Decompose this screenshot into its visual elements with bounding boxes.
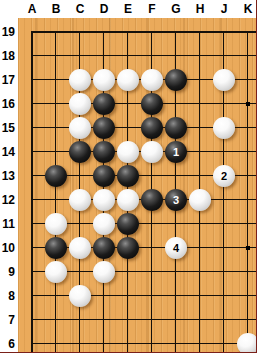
intersection-C14[interactable] [68,140,92,164]
grid-line-vertical [79,31,80,44]
grid-line-vertical [127,260,128,284]
intersection-D10[interactable] [92,236,116,260]
grid-line-horizontal [68,271,92,272]
black-stone-F12[interactable] [141,189,163,211]
grid-line-vertical [247,260,248,284]
intersection-J18[interactable] [212,44,236,68]
grid-line-horizontal [212,247,236,248]
grid-line-horizontal [68,319,92,320]
intersection-D18[interactable] [92,44,116,68]
grid-line-vertical [151,236,152,260]
white-stone-F17[interactable] [141,69,163,91]
grid-line-vertical [103,284,104,308]
intersection-E19[interactable] [116,20,140,44]
intersection-B18[interactable] [44,44,68,68]
intersection-K14[interactable] [236,140,257,164]
intersection-B17[interactable] [44,68,68,92]
grid-line-vertical [247,284,248,308]
intersection-C18[interactable] [68,44,92,68]
black-stone-D13[interactable] [93,165,115,187]
white-stone-J17[interactable] [213,69,235,91]
intersection-K15[interactable] [236,116,257,140]
grid-line-vertical [55,140,56,164]
grid-line-vertical [31,260,33,284]
grid-line-vertical [247,68,248,92]
row-label-6: 6 [0,332,16,353]
intersection-J15[interactable] [212,116,236,140]
grid-line-horizontal [92,55,116,56]
grid-line-vertical [79,308,80,332]
intersection-C8[interactable] [68,284,92,308]
intersection-A16[interactable] [20,92,44,116]
grid-line-horizontal [92,295,116,296]
black-stone-G12[interactable]: 3 [165,189,187,211]
intersection-F6[interactable] [140,332,164,353]
grid-line-vertical [199,116,200,140]
col-label-K: K [236,0,257,18]
white-stone-D9[interactable] [93,261,115,283]
col-label-A: A [20,0,44,18]
intersection-C15[interactable] [68,116,92,140]
intersection-J17[interactable] [212,68,236,92]
col-label-J: J [212,0,236,18]
white-stone-J13[interactable]: 2 [213,165,235,187]
white-stone-D11[interactable] [93,213,115,235]
grid-line-vertical [151,164,152,188]
white-stone-H12[interactable] [189,189,211,211]
intersection-E7[interactable] [116,308,140,332]
grid-line-vertical [199,212,200,236]
grid-line-vertical [223,284,224,308]
intersection-H9[interactable] [188,260,212,284]
black-stone-D15[interactable] [93,117,115,139]
intersection-D12[interactable] [92,188,116,212]
intersection-B16[interactable] [44,92,68,116]
white-stone-E17[interactable] [117,69,139,91]
row-label-19: 19 [0,20,16,44]
grid-line-vertical [223,188,224,212]
intersection-B19[interactable] [44,20,68,44]
col-label-G: G [164,0,188,18]
black-stone-D10[interactable] [93,237,115,259]
intersection-F8[interactable] [140,284,164,308]
intersection-H7[interactable] [188,308,212,332]
intersection-K19[interactable] [236,20,257,44]
grid-line-vertical [127,92,128,116]
grid-line-horizontal [44,151,68,152]
intersection-H12[interactable] [188,188,212,212]
intersection-D17[interactable] [92,68,116,92]
intersection-C16[interactable] [68,92,92,116]
grid-line-horizontal [212,223,236,224]
intersection-D7[interactable] [92,308,116,332]
intersection-D9[interactable] [92,260,116,284]
intersection-B10[interactable] [44,236,68,260]
grid-line-vertical [55,116,56,140]
intersection-H18[interactable] [188,44,212,68]
intersection-A7[interactable] [20,308,44,332]
black-stone-C14[interactable] [69,141,91,163]
grid-line-horizontal [164,103,188,104]
intersection-A19[interactable] [20,20,44,44]
intersection-D8[interactable] [92,284,116,308]
col-label-F: F [140,0,164,18]
grid-line-horizontal [116,271,140,272]
intersection-A9[interactable] [20,260,44,284]
intersection-A17[interactable] [20,68,44,92]
black-stone-F15[interactable] [141,117,163,139]
move-number-2: 2 [221,165,227,187]
grid-line-horizontal [188,103,212,104]
grid-line-vertical [55,68,56,92]
intersection-J14[interactable] [212,140,236,164]
grid-line-horizontal [188,319,212,320]
white-stone-C17[interactable] [69,69,91,91]
white-stone-B9[interactable] [45,261,67,283]
intersection-C7[interactable] [68,308,92,332]
grid-line-horizontal [140,295,164,296]
intersection-G8[interactable] [164,284,188,308]
grid-line-horizontal [116,343,140,344]
intersection-C12[interactable] [68,188,92,212]
row-label-16: 16 [0,92,16,116]
grid-line-horizontal [92,319,116,320]
intersection-F11[interactable] [140,212,164,236]
row-label-18: 18 [0,44,16,68]
intersection-H6[interactable] [188,332,212,353]
grid-line-vertical [223,212,224,236]
grid-line-vertical [103,44,104,68]
intersection-G16[interactable] [164,92,188,116]
grid-line-vertical [79,260,80,284]
intersection-C17[interactable] [68,68,92,92]
col-label-E: E [116,0,140,18]
grid-line-horizontal [44,343,68,344]
grid-line-vertical [31,188,33,212]
intersection-G15[interactable] [164,116,188,140]
grid-line-vertical [223,332,224,353]
grid-line-horizontal [140,247,164,248]
grid-line-vertical [175,332,176,353]
white-stone-G10[interactable]: 4 [165,237,187,259]
intersection-G10[interactable]: 4 [164,236,188,260]
grid-line-vertical [199,68,200,92]
grid-line-vertical [175,31,176,44]
intersection-F15[interactable] [140,116,164,140]
intersection-B12[interactable] [44,188,68,212]
grid-line-horizontal [140,55,164,56]
intersection-J6[interactable] [212,332,236,353]
intersection-F13[interactable] [140,164,164,188]
star-point-K16 [246,102,250,106]
intersection-G6[interactable] [164,332,188,353]
white-stone-J15[interactable] [213,117,235,139]
grid-line-horizontal [164,343,188,344]
grid-line-vertical [55,31,56,44]
grid-line-vertical [127,308,128,332]
intersection-B11[interactable] [44,212,68,236]
grid-line-horizontal [44,79,68,80]
grid-line-vertical [31,92,33,116]
intersection-J12[interactable] [212,188,236,212]
grid-line-horizontal [164,223,188,224]
intersection-F12[interactable] [140,188,164,212]
intersection-K12[interactable] [236,188,257,212]
intersection-H14[interactable] [188,140,212,164]
grid-line-horizontal [116,31,140,33]
intersection-J8[interactable] [212,284,236,308]
intersection-A14[interactable] [20,140,44,164]
intersection-J11[interactable] [212,212,236,236]
intersection-B9[interactable] [44,260,68,284]
intersection-H13[interactable] [188,164,212,188]
intersection-E18[interactable] [116,44,140,68]
grid-line-horizontal [44,31,68,33]
grid-line-vertical [247,308,248,332]
intersection-H11[interactable] [188,212,212,236]
grid-line-vertical [247,212,248,236]
intersection-H10[interactable] [188,236,212,260]
grid-line-vertical [175,44,176,68]
black-stone-G14[interactable]: 1 [165,141,187,163]
intersection-H8[interactable] [188,284,212,308]
grid-line-horizontal [212,55,236,56]
grid-line-vertical [247,44,248,68]
intersection-K6[interactable] [236,332,257,353]
grid-line-vertical [199,236,200,260]
grid-line-horizontal [164,295,188,296]
black-stone-F16[interactable] [141,93,163,115]
grid-line-vertical [247,164,248,188]
grid-line-vertical [31,68,33,92]
row-label-11: 11 [0,212,16,236]
intersection-K8[interactable] [236,284,257,308]
intersection-K9[interactable] [236,260,257,284]
intersection-G7[interactable] [164,308,188,332]
intersection-A11[interactable] [20,212,44,236]
white-stone-C8[interactable] [69,285,91,307]
intersection-G18[interactable] [164,44,188,68]
intersection-E8[interactable] [116,284,140,308]
black-stone-E11[interactable] [117,213,139,235]
white-stone-B11[interactable] [45,213,67,235]
intersection-D16[interactable] [92,92,116,116]
grid-line-vertical [151,212,152,236]
intersection-D14[interactable] [92,140,116,164]
grid-line-vertical [127,44,128,68]
intersection-C19[interactable] [68,20,92,44]
grid-line-horizontal [188,247,212,248]
black-stone-G17[interactable] [165,69,187,91]
intersection-G9[interactable] [164,260,188,284]
intersection-A8[interactable] [20,284,44,308]
grid-line-vertical [79,164,80,188]
intersection-F9[interactable] [140,260,164,284]
white-stone-D12[interactable] [93,189,115,211]
row-label-17: 17 [0,68,16,92]
grid-line-horizontal [188,343,212,344]
grid-line-horizontal [212,343,236,344]
intersection-H15[interactable] [188,116,212,140]
row-label-15: 15 [0,116,16,140]
intersection-C9[interactable] [68,260,92,284]
white-stone-C10[interactable] [69,237,91,259]
grid-line-horizontal [44,319,68,320]
intersection-E15[interactable] [116,116,140,140]
grid-line-vertical [151,332,152,353]
black-stone-E13[interactable] [117,165,139,187]
intersection-K13[interactable] [236,164,257,188]
white-stone-E14[interactable] [117,141,139,163]
intersection-J19[interactable] [212,20,236,44]
black-stone-D16[interactable] [93,93,115,115]
intersection-F14[interactable] [140,140,164,164]
intersection-B7[interactable] [44,308,68,332]
grid-line-horizontal [188,271,212,272]
column-labels: ABCDEFGHJK [20,0,257,18]
grid-line-vertical [223,260,224,284]
intersection-A10[interactable] [20,236,44,260]
intersection-A13[interactable] [20,164,44,188]
intersection-D11[interactable] [92,212,116,236]
grid-line-horizontal [140,31,164,33]
intersection-J10[interactable] [212,236,236,260]
grid-line-vertical [79,212,80,236]
intersection-G17[interactable] [164,68,188,92]
intersection-A18[interactable] [20,44,44,68]
grid-line-vertical [31,31,33,44]
intersection-B8[interactable] [44,284,68,308]
grid-line-vertical [31,164,33,188]
black-stone-G15[interactable] [165,117,187,139]
white-stone-C16[interactable] [69,93,91,115]
grid-line-vertical [175,212,176,236]
grid-line-vertical [199,332,200,353]
grid-line-vertical [31,332,33,353]
intersection-C6[interactable] [68,332,92,353]
grid-line-horizontal [140,175,164,176]
intersection-F10[interactable] [140,236,164,260]
intersection-F16[interactable] [140,92,164,116]
intersection-D6[interactable] [92,332,116,353]
white-stone-F14[interactable] [141,141,163,163]
intersection-H19[interactable] [188,20,212,44]
grid-line-horizontal [44,199,68,200]
grid-line-horizontal [116,55,140,56]
grid-line-horizontal [212,151,236,152]
go-board[interactable]: 1234 [20,20,257,353]
white-stone-E12[interactable] [117,189,139,211]
grid-line-vertical [31,236,33,260]
grid-line-vertical [103,308,104,332]
row-label-9: 9 [0,260,16,284]
grid-line-vertical [199,140,200,164]
intersection-K17[interactable] [236,68,257,92]
white-stone-D17[interactable] [93,69,115,91]
white-stone-K6[interactable] [237,333,257,353]
intersection-E16[interactable] [116,92,140,116]
go-diagram: ABCDEFGHJK 191817161514131211109876 1234 [0,0,257,353]
grid-line-horizontal [44,55,68,56]
intersection-E12[interactable] [116,188,140,212]
grid-line-horizontal [140,271,164,272]
grid-line-vertical [199,31,200,44]
intersection-C11[interactable] [68,212,92,236]
intersection-F19[interactable] [140,20,164,44]
intersection-K10[interactable] [236,236,257,260]
black-stone-B13[interactable] [45,165,67,187]
black-stone-E10[interactable] [117,237,139,259]
intersection-F7[interactable] [140,308,164,332]
col-label-C: C [68,0,92,18]
grid-line-vertical [175,164,176,188]
intersection-B13[interactable] [44,164,68,188]
intersection-C10[interactable] [68,236,92,260]
intersection-E14[interactable] [116,140,140,164]
intersection-J7[interactable] [212,308,236,332]
white-stone-C12[interactable] [69,189,91,211]
intersection-E13[interactable] [116,164,140,188]
intersection-G14[interactable]: 1 [164,140,188,164]
intersection-J9[interactable] [212,260,236,284]
move-number-3: 3 [173,189,179,211]
intersection-A6[interactable] [20,332,44,353]
intersection-G12[interactable]: 3 [164,188,188,212]
intersection-K11[interactable] [236,212,257,236]
black-stone-B10[interactable] [45,237,67,259]
grid-line-horizontal [164,271,188,272]
intersection-F18[interactable] [140,44,164,68]
intersection-G13[interactable] [164,164,188,188]
intersection-C13[interactable] [68,164,92,188]
intersection-D19[interactable] [92,20,116,44]
grid-line-horizontal [188,223,212,224]
intersection-A12[interactable] [20,188,44,212]
intersection-E17[interactable] [116,68,140,92]
intersection-E11[interactable] [116,212,140,236]
grid-line-horizontal [44,127,68,128]
row-label-14: 14 [0,140,16,164]
intersection-E9[interactable] [116,260,140,284]
grid-line-horizontal [44,103,68,104]
grid-line-horizontal [140,319,164,320]
intersection-E6[interactable] [116,332,140,353]
intersection-K7[interactable] [236,308,257,332]
intersection-K18[interactable] [236,44,257,68]
grid-line-vertical [103,31,104,44]
grid-line-vertical [31,140,33,164]
intersection-B15[interactable] [44,116,68,140]
intersection-H16[interactable] [188,92,212,116]
intersection-E10[interactable] [116,236,140,260]
intersection-H17[interactable] [188,68,212,92]
grid-line-horizontal [164,55,188,56]
white-stone-C15[interactable] [69,117,91,139]
black-stone-D14[interactable] [93,141,115,163]
grid-line-vertical [55,284,56,308]
intersection-G19[interactable] [164,20,188,44]
intersection-G11[interactable] [164,212,188,236]
intersection-J13[interactable]: 2 [212,164,236,188]
intersection-F17[interactable] [140,68,164,92]
intersection-B6[interactable] [44,332,68,353]
intersection-B14[interactable] [44,140,68,164]
intersection-D13[interactable] [92,164,116,188]
intersection-J16[interactable] [212,92,236,116]
intersection-A15[interactable] [20,116,44,140]
intersection-K16[interactable] [236,92,257,116]
intersection-D15[interactable] [92,116,116,140]
